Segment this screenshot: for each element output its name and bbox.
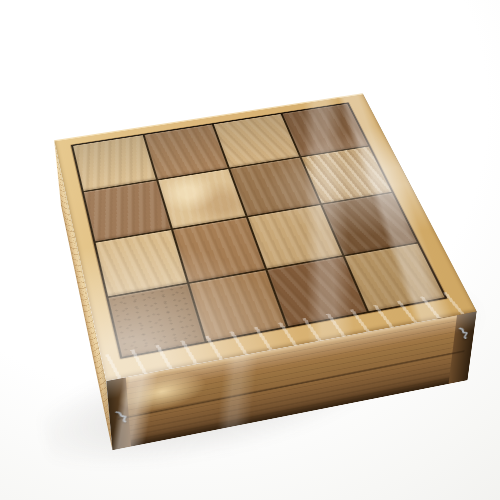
scene-3d <box>0 0 500 500</box>
board-well <box>71 102 448 358</box>
puzzle-box <box>58 126 472 416</box>
front-right-endgrain <box>449 312 477 384</box>
square-a1 <box>108 284 204 357</box>
checkerboard-grid <box>73 104 445 357</box>
photo-background <box>0 0 500 500</box>
